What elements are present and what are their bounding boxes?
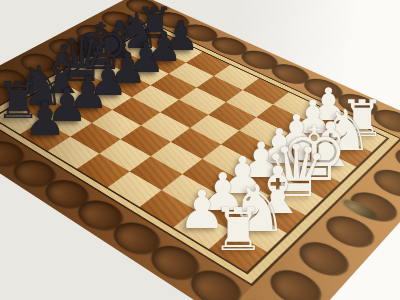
pieces-layer: ♜♞♝♛♚♝♞♜♟♟♟♟♟♟♟♟♟♟♟♟♟♟♟♟♜♞♝♛♚♝♞♜ (0, 0, 400, 300)
scene: ♜♞♝♛♚♝♞♜♟♟♟♟♟♟♟♟♟♟♟♟♟♟♟♟♜♞♝♛♚♝♞♜ (0, 0, 400, 300)
piece-black-pawn[interactable]: ♟ (24, 95, 66, 142)
piece-white-rook[interactable]: ♜ (212, 200, 265, 259)
